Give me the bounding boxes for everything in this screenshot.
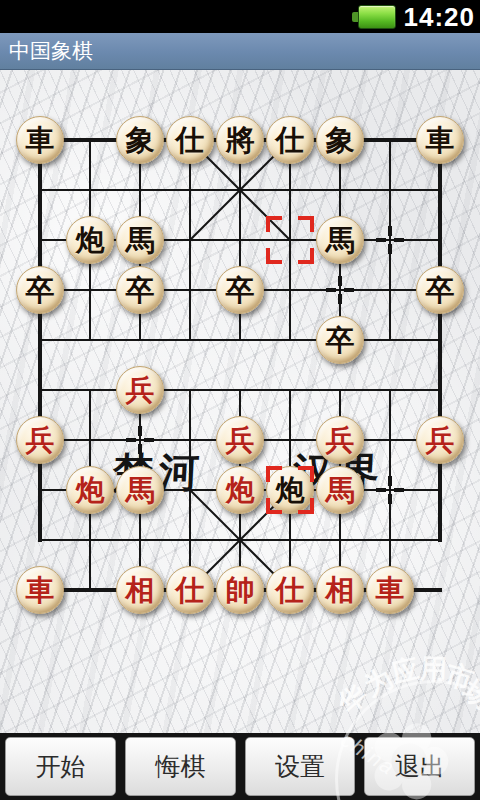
xiangqi-board: 楚河 汉界 車象仕將仕象車炮馬馬卒卒卒卒卒兵兵兵兵兵炮馬炮炮馬車相仕帥仕相車 [15, 115, 465, 615]
piece-black-soldier[interactable]: 卒 [316, 316, 364, 364]
piece-black-chariot[interactable]: 車 [416, 116, 464, 164]
piece-red-elephant[interactable]: 相 [116, 566, 164, 614]
piece-red-elephant[interactable]: 相 [316, 566, 364, 614]
board-grid: 車象仕將仕象車炮馬馬卒卒卒卒卒兵兵兵兵兵炮馬炮炮馬車相仕帥仕相車 [15, 115, 465, 615]
watermark-char: 市 [441, 656, 477, 698]
watermark-char: 华 [330, 677, 374, 722]
piece-red-advisor[interactable]: 仕 [266, 566, 314, 614]
piece-black-elephant[interactable]: 象 [316, 116, 364, 164]
watermark-char: 应 [388, 650, 422, 691]
piece-red-soldier[interactable]: 兵 [316, 416, 364, 464]
piece-red-chariot[interactable]: 車 [366, 566, 414, 614]
piece-red-horse[interactable]: 馬 [116, 466, 164, 514]
piece-black-chariot[interactable]: 車 [16, 116, 64, 164]
piece-red-soldier[interactable]: 兵 [16, 416, 64, 464]
move-origin-cross-marker [374, 474, 406, 506]
piece-red-soldier[interactable]: 兵 [416, 416, 464, 464]
move-origin-cross-marker [324, 274, 356, 306]
bottom-bar: 开始 悔棋 设置 退出 [0, 733, 480, 800]
piece-black-soldier[interactable]: 卒 [416, 266, 464, 314]
move-origin-cross-marker [124, 424, 156, 456]
piece-black-advisor[interactable]: 仕 [266, 116, 314, 164]
last-move-corner-marker [266, 216, 314, 264]
piece-black-horse[interactable]: 馬 [116, 216, 164, 264]
battery-icon-body [358, 5, 396, 29]
piece-black-general[interactable]: 將 [216, 116, 264, 164]
settings-button[interactable]: 设置 [245, 737, 356, 796]
piece-red-advisor[interactable]: 仕 [166, 566, 214, 614]
title-bar: 中国象棋 [0, 33, 480, 70]
status-bar: 14:20 [0, 0, 480, 33]
app-title: 中国象棋 [9, 33, 93, 69]
undo-button[interactable]: 悔棋 [125, 737, 236, 796]
piece-red-soldier[interactable]: 兵 [116, 366, 164, 414]
piece-red-chariot[interactable]: 車 [16, 566, 64, 614]
last-move-corner-marker [266, 466, 314, 514]
exit-button[interactable]: 退出 [364, 737, 475, 796]
piece-red-cannon[interactable]: 炮 [66, 466, 114, 514]
piece-black-advisor[interactable]: 仕 [166, 116, 214, 164]
watermark-char: 用 [419, 651, 447, 688]
piece-black-soldier[interactable]: 卒 [216, 266, 264, 314]
piece-red-soldier[interactable]: 兵 [216, 416, 264, 464]
piece-black-horse[interactable]: 馬 [316, 216, 364, 264]
piece-red-horse[interactable]: 馬 [316, 466, 364, 514]
piece-red-general[interactable]: 帥 [216, 566, 264, 614]
clock: 14:20 [404, 2, 476, 33]
piece-red-cannon[interactable]: 炮 [216, 466, 264, 514]
watermark-char: 场 [457, 672, 480, 717]
piece-black-elephant[interactable]: 象 [116, 116, 164, 164]
app-screen: 14:20 中国象棋 楚河 汉界 車象仕將仕象車炮馬馬卒卒卒卒卒兵兵兵兵兵炮馬炮… [0, 0, 480, 800]
piece-black-soldier[interactable]: 卒 [116, 266, 164, 314]
start-button[interactable]: 开始 [5, 737, 116, 796]
watermark-char: 为 [358, 660, 399, 704]
piece-black-cannon[interactable]: 炮 [66, 216, 114, 264]
move-origin-cross-marker [374, 224, 406, 256]
piece-black-soldier[interactable]: 卒 [16, 266, 64, 314]
